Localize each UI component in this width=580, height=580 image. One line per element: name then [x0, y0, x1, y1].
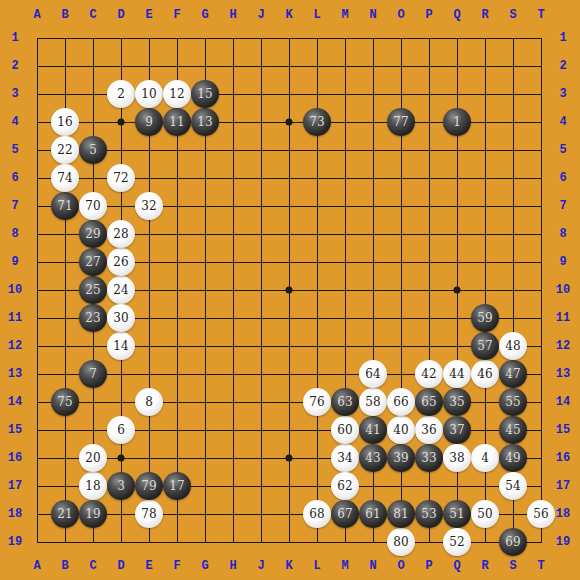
stone-white-68-l18[interactable]: 68	[303, 500, 331, 528]
stone-white-38-q16[interactable]: 38	[443, 444, 471, 472]
col-label-bottom-R: R	[481, 560, 488, 572]
row-label-right-18: 18	[556, 508, 570, 520]
stone-black-7-c13[interactable]: 7	[79, 360, 107, 388]
stone-white-80-o19[interactable]: 80	[387, 528, 415, 556]
stone-white-4-r16[interactable]: 4	[471, 444, 499, 472]
stone-black-35-q14[interactable]: 35	[443, 388, 471, 416]
star-point-d4	[118, 119, 125, 126]
stone-white-10-e3[interactable]: 10	[135, 80, 163, 108]
col-label-bottom-L: L	[313, 560, 320, 572]
row-label-right-16: 16	[556, 452, 570, 464]
row-label-left-15: 15	[8, 424, 22, 436]
row-label-left-9: 9	[11, 256, 18, 268]
stone-white-72-d6[interactable]: 72	[107, 164, 135, 192]
col-label-top-J: J	[257, 9, 264, 21]
row-label-right-19: 19	[556, 536, 570, 548]
col-label-top-E: E	[145, 9, 152, 21]
col-label-bottom-D: D	[117, 560, 124, 572]
stone-white-60-m15[interactable]: 60	[331, 416, 359, 444]
col-label-bottom-T: T	[537, 560, 544, 572]
stone-white-18-c17[interactable]: 18	[79, 472, 107, 500]
stone-black-1-q4[interactable]: 1	[443, 108, 471, 136]
row-label-left-14: 14	[8, 396, 22, 408]
row-label-right-12: 12	[556, 340, 570, 352]
stone-black-79-e17[interactable]: 79	[135, 472, 163, 500]
stone-black-41-n15[interactable]: 41	[359, 416, 387, 444]
col-label-top-G: G	[201, 9, 208, 21]
row-label-right-6: 6	[559, 172, 566, 184]
row-label-left-6: 6	[11, 172, 18, 184]
col-label-top-R: R	[481, 9, 488, 21]
col-label-top-M: M	[341, 9, 348, 21]
stone-white-48-s12[interactable]: 48	[499, 332, 527, 360]
col-label-bottom-P: P	[425, 560, 432, 572]
stone-white-44-q13[interactable]: 44	[443, 360, 471, 388]
col-label-top-B: B	[61, 9, 68, 21]
go-board[interactable]: AABBCCDDEEFFGGHHJJKKLLMMNNOOPPQQRRSSTT11…	[0, 0, 580, 580]
col-label-bottom-J: J	[257, 560, 264, 572]
stone-black-11-f4[interactable]: 11	[163, 108, 191, 136]
stone-black-13-g4[interactable]: 13	[191, 108, 219, 136]
row-label-left-13: 13	[8, 368, 22, 380]
stone-black-67-m18[interactable]: 67	[331, 500, 359, 528]
stone-black-71-b7[interactable]: 71	[51, 192, 79, 220]
col-label-top-O: O	[397, 9, 404, 21]
col-label-bottom-E: E	[145, 560, 152, 572]
star-point-q10	[454, 287, 461, 294]
stone-white-12-f3[interactable]: 12	[163, 80, 191, 108]
row-label-right-17: 17	[556, 480, 570, 492]
stone-white-32-e7[interactable]: 32	[135, 192, 163, 220]
stone-white-8-e14[interactable]: 8	[135, 388, 163, 416]
row-label-left-17: 17	[8, 480, 22, 492]
row-label-right-2: 2	[559, 60, 566, 72]
row-label-left-7: 7	[11, 200, 18, 212]
stone-white-50-r18[interactable]: 50	[471, 500, 499, 528]
row-label-right-3: 3	[559, 88, 566, 100]
stone-white-40-o15[interactable]: 40	[387, 416, 415, 444]
star-point-k16	[286, 455, 293, 462]
stone-black-77-o4[interactable]: 77	[387, 108, 415, 136]
stone-black-51-q18[interactable]: 51	[443, 500, 471, 528]
stone-white-66-o14[interactable]: 66	[387, 388, 415, 416]
stone-white-52-q19[interactable]: 52	[443, 528, 471, 556]
row-label-left-2: 2	[11, 60, 18, 72]
stone-white-2-d3[interactable]: 2	[107, 80, 135, 108]
col-label-bottom-S: S	[509, 560, 516, 572]
stone-black-63-m14[interactable]: 63	[331, 388, 359, 416]
stone-black-73-l4[interactable]: 73	[303, 108, 331, 136]
stone-white-26-d9[interactable]: 26	[107, 248, 135, 276]
col-label-top-K: K	[285, 9, 292, 21]
stone-white-64-n13[interactable]: 64	[359, 360, 387, 388]
row-label-right-4: 4	[559, 116, 566, 128]
row-label-right-13: 13	[556, 368, 570, 380]
stone-white-42-p13[interactable]: 42	[415, 360, 443, 388]
row-label-left-3: 3	[11, 88, 18, 100]
row-label-left-16: 16	[8, 452, 22, 464]
col-label-bottom-G: G	[201, 560, 208, 572]
star-point-d16	[118, 455, 125, 462]
stone-black-61-n18[interactable]: 61	[359, 500, 387, 528]
row-label-left-12: 12	[8, 340, 22, 352]
stone-black-47-s13[interactable]: 47	[499, 360, 527, 388]
stone-white-14-d12[interactable]: 14	[107, 332, 135, 360]
stone-black-19-c18[interactable]: 19	[79, 500, 107, 528]
stone-black-33-p16[interactable]: 33	[415, 444, 443, 472]
stone-white-22-b5[interactable]: 22	[51, 136, 79, 164]
stone-white-34-m16[interactable]: 34	[331, 444, 359, 472]
row-label-right-11: 11	[556, 312, 570, 324]
stone-black-3-d17[interactable]: 3	[107, 472, 135, 500]
row-label-right-7: 7	[559, 200, 566, 212]
col-label-bottom-H: H	[229, 560, 236, 572]
row-label-left-11: 11	[8, 312, 22, 324]
col-label-top-Q: Q	[453, 9, 460, 21]
stone-black-43-n16[interactable]: 43	[359, 444, 387, 472]
stone-white-36-p15[interactable]: 36	[415, 416, 443, 444]
col-label-bottom-O: O	[397, 560, 404, 572]
stone-black-5-c5[interactable]: 5	[79, 136, 107, 164]
stone-white-24-d10[interactable]: 24	[107, 276, 135, 304]
row-label-right-1: 1	[559, 32, 566, 44]
stone-black-81-o18[interactable]: 81	[387, 500, 415, 528]
stone-white-20-c16[interactable]: 20	[79, 444, 107, 472]
stone-black-75-b14[interactable]: 75	[51, 388, 79, 416]
stone-black-53-p18[interactable]: 53	[415, 500, 443, 528]
stone-black-49-s16[interactable]: 49	[499, 444, 527, 472]
row-label-left-1: 1	[11, 32, 18, 44]
stone-black-29-c8[interactable]: 29	[79, 220, 107, 248]
stone-white-28-d8[interactable]: 28	[107, 220, 135, 248]
stone-black-59-r11[interactable]: 59	[471, 304, 499, 332]
col-label-bottom-B: B	[61, 560, 68, 572]
stone-white-74-b6[interactable]: 74	[51, 164, 79, 192]
row-label-left-19: 19	[8, 536, 22, 548]
col-label-bottom-C: C	[89, 560, 96, 572]
col-label-bottom-F: F	[173, 560, 180, 572]
stone-white-46-r13[interactable]: 46	[471, 360, 499, 388]
stone-white-6-d15[interactable]: 6	[107, 416, 135, 444]
star-point-k4	[286, 119, 293, 126]
stone-black-69-s19[interactable]: 69	[499, 528, 527, 556]
row-label-left-4: 4	[11, 116, 18, 128]
row-label-right-8: 8	[559, 228, 566, 240]
col-label-top-S: S	[509, 9, 516, 21]
col-label-top-L: L	[313, 9, 320, 21]
row-label-right-10: 10	[556, 284, 570, 296]
col-label-top-F: F	[173, 9, 180, 21]
row-label-right-9: 9	[559, 256, 566, 268]
stone-black-37-q15[interactable]: 37	[443, 416, 471, 444]
row-label-right-15: 15	[556, 424, 570, 436]
col-label-top-N: N	[369, 9, 376, 21]
stone-black-25-c10[interactable]: 25	[79, 276, 107, 304]
stone-black-17-f17[interactable]: 17	[163, 472, 191, 500]
stone-black-45-s15[interactable]: 45	[499, 416, 527, 444]
stone-black-57-r12[interactable]: 57	[471, 332, 499, 360]
col-label-top-H: H	[229, 9, 236, 21]
col-label-top-A: A	[33, 9, 40, 21]
stone-black-65-p14[interactable]: 65	[415, 388, 443, 416]
row-label-left-8: 8	[11, 228, 18, 240]
col-label-top-T: T	[537, 9, 544, 21]
stone-white-56-t18[interactable]: 56	[527, 500, 555, 528]
stone-black-55-s14[interactable]: 55	[499, 388, 527, 416]
stone-black-27-c9[interactable]: 27	[79, 248, 107, 276]
stone-white-58-n14[interactable]: 58	[359, 388, 387, 416]
stone-white-30-d11[interactable]: 30	[107, 304, 135, 332]
col-label-bottom-A: A	[33, 560, 40, 572]
stone-white-70-c7[interactable]: 70	[79, 192, 107, 220]
row-label-right-5: 5	[559, 144, 566, 156]
stone-black-39-o16[interactable]: 39	[387, 444, 415, 472]
col-label-bottom-Q: Q	[453, 560, 460, 572]
col-label-top-C: C	[89, 9, 96, 21]
stone-white-76-l14[interactable]: 76	[303, 388, 331, 416]
col-label-bottom-K: K	[285, 560, 292, 572]
stone-black-21-b18[interactable]: 21	[51, 500, 79, 528]
row-label-right-14: 14	[556, 396, 570, 408]
stone-white-62-m17[interactable]: 62	[331, 472, 359, 500]
stone-black-15-g3[interactable]: 15	[191, 80, 219, 108]
stone-white-54-s17[interactable]: 54	[499, 472, 527, 500]
row-label-left-5: 5	[11, 144, 18, 156]
col-label-bottom-M: M	[341, 560, 348, 572]
col-label-bottom-N: N	[369, 560, 376, 572]
stone-white-78-e18[interactable]: 78	[135, 500, 163, 528]
row-label-left-10: 10	[8, 284, 22, 296]
col-label-top-P: P	[425, 9, 432, 21]
star-point-k10	[286, 287, 293, 294]
row-label-left-18: 18	[8, 508, 22, 520]
stone-black-9-e4[interactable]: 9	[135, 108, 163, 136]
stone-black-23-c11[interactable]: 23	[79, 304, 107, 332]
stone-white-16-b4[interactable]: 16	[51, 108, 79, 136]
col-label-top-D: D	[117, 9, 124, 21]
